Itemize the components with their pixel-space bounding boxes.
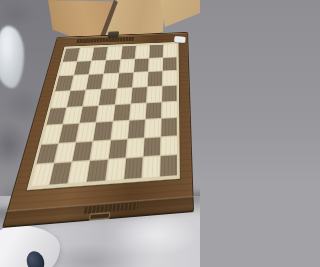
square-e5	[115, 88, 131, 104]
square-d3	[94, 122, 112, 140]
square-c2	[73, 141, 93, 161]
square-e1	[106, 159, 125, 180]
square-d6	[102, 74, 118, 89]
square-c3	[77, 123, 96, 142]
square-d2	[91, 140, 110, 160]
square-h8	[163, 44, 176, 57]
square-c5	[83, 89, 101, 105]
square-h1	[160, 155, 177, 176]
square-f1	[124, 158, 142, 179]
square-h6	[163, 71, 177, 86]
square-g4	[146, 102, 162, 119]
square-f4	[129, 103, 145, 120]
square-f3	[128, 120, 145, 138]
square-f8	[135, 45, 149, 58]
square-c7	[89, 60, 105, 74]
cardboard-sheet-top-right	[158, 0, 200, 29]
square-e4	[113, 104, 130, 121]
square-f6	[132, 72, 147, 87]
white-sticker	[174, 36, 186, 43]
square-d8	[107, 46, 122, 59]
square-c8	[92, 47, 108, 60]
square-h4	[162, 101, 177, 118]
square-d1	[87, 160, 107, 182]
square-g7	[148, 58, 162, 72]
square-e3	[111, 121, 129, 139]
square-h5	[162, 86, 177, 102]
square-h7	[163, 57, 177, 71]
square-g2	[143, 137, 160, 157]
square-d4	[97, 105, 115, 122]
square-g1	[142, 157, 160, 178]
square-f5	[131, 87, 147, 103]
square-e7	[119, 59, 134, 73]
square-d5	[99, 89, 116, 105]
dark-oval-hole	[24, 249, 47, 267]
square-c4	[80, 106, 98, 123]
square-e2	[108, 139, 126, 159]
square-g6	[148, 72, 163, 87]
square-d7	[104, 60, 120, 74]
square-g8	[149, 45, 163, 58]
square-h3	[161, 118, 177, 136]
square-f7	[134, 58, 149, 72]
square-e8	[121, 46, 136, 59]
square-c6	[87, 74, 104, 89]
square-f2	[126, 138, 144, 158]
square-e6	[117, 73, 133, 88]
square-g3	[145, 119, 161, 137]
square-h2	[161, 136, 177, 155]
square-g5	[147, 86, 162, 102]
hinge-clasp	[108, 31, 120, 38]
